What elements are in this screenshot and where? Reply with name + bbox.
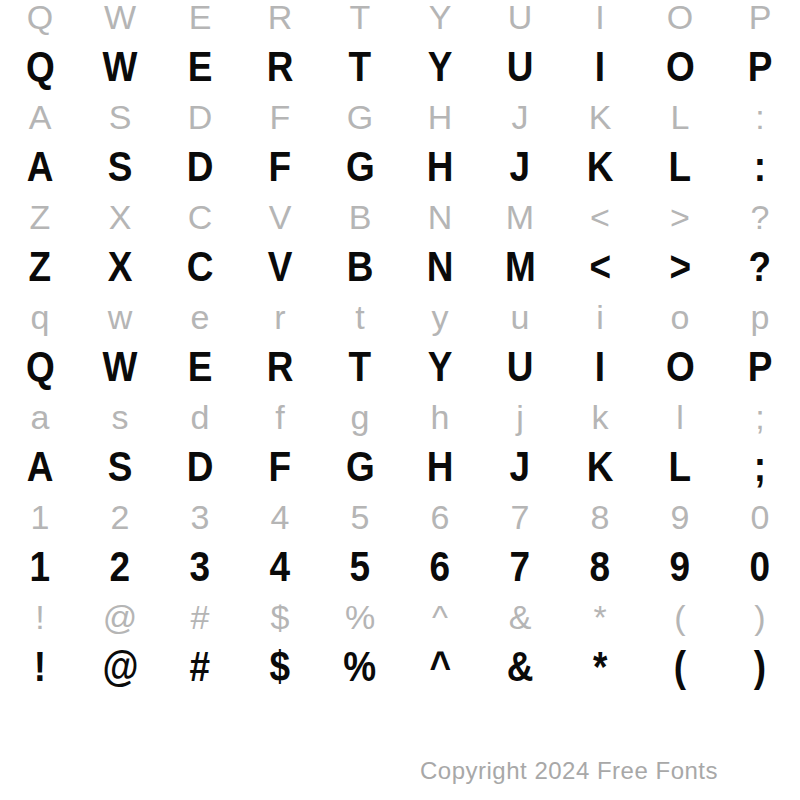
specimen-glyph: A — [27, 146, 54, 188]
glyph-cell: X — [80, 192, 160, 242]
glyph-cell: G — [320, 142, 400, 192]
glyph-cell: l — [640, 392, 720, 442]
reference-glyph: O — [667, 0, 693, 34]
glyph-cell: O — [640, 42, 720, 92]
glyph-cell: f — [240, 392, 320, 442]
reference-glyph: 3 — [191, 500, 210, 534]
glyph-cell: ! — [0, 642, 80, 692]
reference-glyph: 7 — [511, 500, 530, 534]
reference-glyph: h — [431, 400, 450, 434]
glyph-cell: M — [480, 192, 560, 242]
specimen-glyph: E — [188, 346, 213, 388]
glyph-cell: ; — [720, 442, 800, 492]
glyph-cell: 1 — [0, 492, 80, 542]
specimen-glyph: 4 — [270, 546, 291, 588]
glyph-cell: A — [0, 142, 80, 192]
specimen-glyph: A — [27, 446, 54, 488]
reference-glyph: % — [345, 600, 375, 634]
glyph-cell: R — [240, 42, 320, 92]
specimen-glyph: O — [666, 346, 695, 388]
glyph-cell: 4 — [240, 542, 320, 592]
glyph-cell: Y — [400, 0, 480, 42]
reference-glyph: q — [31, 300, 50, 334]
reference-glyph: w — [108, 300, 133, 334]
specimen-glyph: Y — [428, 46, 453, 88]
specimen-glyph: R — [267, 46, 294, 88]
specimen-glyph: $ — [270, 646, 291, 688]
glyph-cell: # — [160, 642, 240, 692]
specimen-glyph: T — [349, 46, 372, 88]
reference-glyph: k — [592, 400, 609, 434]
glyph-cell: S — [80, 142, 160, 192]
glyph-cell: O — [640, 342, 720, 392]
glyph-cell: V — [240, 192, 320, 242]
glyph-cell: h — [400, 392, 480, 442]
reference-glyph: G — [347, 100, 373, 134]
glyph-cell: o — [640, 292, 720, 342]
glyph-cell: ( — [640, 642, 720, 692]
reference-glyph: X — [109, 200, 132, 234]
glyph-cell: K — [560, 92, 640, 142]
specimen-glyph: H — [427, 446, 454, 488]
specimen-glyph: F — [269, 146, 292, 188]
glyph-cell: 6 — [400, 492, 480, 542]
reference-glyph: ; — [755, 400, 764, 434]
reference-glyph: Z — [30, 200, 51, 234]
glyph-cell: E — [160, 0, 240, 42]
reference-glyph: a — [31, 400, 50, 434]
reference-glyph: Y — [429, 0, 452, 34]
glyph-cell: 1 — [0, 542, 80, 592]
reference-glyph: i — [596, 300, 604, 334]
specimen-glyph: ? — [749, 246, 772, 288]
specimen-glyph: G — [346, 446, 375, 488]
glyph-cell: F — [240, 142, 320, 192]
reference-glyph: Q — [27, 0, 53, 34]
glyph-cell: J — [480, 92, 560, 142]
glyph-cell: r — [240, 292, 320, 342]
specimen-glyph: N — [427, 246, 454, 288]
specimen-glyph: 3 — [190, 546, 211, 588]
glyph-cell: & — [480, 642, 560, 692]
glyph-cell: R — [240, 342, 320, 392]
glyph-cell: A — [0, 92, 80, 142]
specimen-glyph: 2 — [110, 546, 131, 588]
specimen-glyph: Z — [29, 246, 52, 288]
reference-glyph: * — [593, 600, 606, 634]
glyph-cell: W — [80, 42, 160, 92]
reference-glyph: E — [189, 0, 212, 34]
reference-glyph: d — [191, 400, 210, 434]
glyph-cell: I — [560, 342, 640, 392]
glyph-cell: 0 — [720, 542, 800, 592]
specimen-glyph: ( — [674, 646, 686, 688]
glyph-cell: 4 — [240, 492, 320, 542]
glyph-cell: u — [480, 292, 560, 342]
glyph-cell: $ — [240, 592, 320, 642]
glyph-cell: < — [560, 192, 640, 242]
glyph-cell: X — [80, 242, 160, 292]
reference-glyph: A — [29, 100, 52, 134]
reference-glyph: r — [274, 300, 285, 334]
glyph-cell: @ — [80, 592, 160, 642]
reference-glyph: 4 — [271, 500, 290, 534]
reference-glyph: ! — [35, 600, 44, 634]
specimen-glyph: Q — [26, 46, 55, 88]
specimen-glyph: I — [595, 346, 605, 388]
glyph-cell: S — [80, 92, 160, 142]
reference-glyph: D — [188, 100, 213, 134]
specimen-glyph: S — [108, 146, 133, 188]
glyph-cell: 8 — [560, 492, 640, 542]
glyph-cell: 2 — [80, 542, 160, 592]
reference-glyph: y — [432, 300, 449, 334]
reference-glyph: 8 — [591, 500, 610, 534]
glyph-cell: 2 — [80, 492, 160, 542]
reference-glyph: M — [506, 200, 534, 234]
glyph-cell: U — [480, 0, 560, 42]
glyph-cell: $ — [240, 642, 320, 692]
glyph-cell: 3 — [160, 542, 240, 592]
glyph-cell: T — [320, 342, 400, 392]
specimen-glyph: 7 — [510, 546, 531, 588]
glyph-cell: q — [0, 292, 80, 342]
reference-glyph: s — [112, 400, 129, 434]
specimen-glyph: K — [587, 446, 614, 488]
glyph-cell: 9 — [640, 492, 720, 542]
reference-glyph: S — [109, 100, 132, 134]
glyph-cell: Z — [0, 242, 80, 292]
specimen-glyph: X — [108, 246, 133, 288]
glyph-cell: L — [640, 142, 720, 192]
glyph-cell: % — [320, 592, 400, 642]
glyph-cell: g — [320, 392, 400, 442]
reference-glyph: T — [350, 0, 371, 34]
specimen-glyph: E — [188, 46, 213, 88]
specimen-glyph: W — [103, 46, 138, 88]
reference-glyph: ? — [751, 200, 770, 234]
specimen-glyph: H — [427, 146, 454, 188]
specimen-glyph: > — [669, 246, 691, 288]
glyph-cell: G — [320, 92, 400, 142]
specimen-glyph: I — [595, 46, 605, 88]
glyph-cell: T — [320, 42, 400, 92]
glyph-cell: > — [640, 192, 720, 242]
glyph-cell: N — [400, 192, 480, 242]
glyph-cell: I — [560, 42, 640, 92]
reference-glyph: 0 — [751, 500, 770, 534]
glyph-cell: J — [480, 142, 560, 192]
reference-glyph: H — [428, 100, 453, 134]
reference-glyph: L — [671, 100, 690, 134]
reference-glyph: @ — [103, 600, 138, 634]
character-grid: QWERTYUIOPQWERTYUIOPASDFGHJKL:ASDFGHJKL:… — [0, 0, 800, 692]
glyph-cell: D — [160, 442, 240, 492]
glyph-cell: ^ — [400, 642, 480, 692]
reference-glyph: V — [269, 200, 292, 234]
glyph-cell: i — [560, 292, 640, 342]
glyph-cell: J — [480, 442, 560, 492]
reference-glyph: 9 — [671, 500, 690, 534]
glyph-cell: * — [560, 642, 640, 692]
glyph-cell: W — [80, 0, 160, 42]
glyph-cell: R — [240, 0, 320, 42]
glyph-cell: E — [160, 342, 240, 392]
copyright-text: Copyright 2024 Free Fonts — [420, 757, 718, 785]
glyph-cell: K — [560, 142, 640, 192]
glyph-cell: M — [480, 242, 560, 292]
specimen-glyph: D — [187, 446, 214, 488]
reference-glyph: 6 — [431, 500, 450, 534]
glyph-cell: d — [160, 392, 240, 442]
reference-glyph: p — [751, 300, 770, 334]
glyph-cell: P — [720, 0, 800, 42]
glyph-cell: 0 — [720, 492, 800, 542]
specimen-glyph: P — [748, 346, 773, 388]
reference-glyph: P — [749, 0, 772, 34]
glyph-cell: A — [0, 442, 80, 492]
reference-glyph: e — [191, 300, 210, 334]
glyph-cell: ? — [720, 192, 800, 242]
glyph-cell: 7 — [480, 492, 560, 542]
glyph-cell: 6 — [400, 542, 480, 592]
specimen-glyph: K — [587, 146, 614, 188]
specimen-glyph: L — [669, 146, 692, 188]
reference-glyph: I — [595, 0, 604, 34]
glyph-cell: > — [640, 242, 720, 292]
reference-glyph: < — [590, 200, 610, 234]
reference-glyph: N — [428, 200, 453, 234]
specimen-glyph: ^ — [429, 646, 451, 688]
specimen-glyph: M — [505, 246, 536, 288]
specimen-glyph: U — [507, 346, 534, 388]
specimen-glyph: C — [187, 246, 214, 288]
glyph-cell: L — [640, 442, 720, 492]
glyph-cell: 3 — [160, 492, 240, 542]
glyph-cell: Y — [400, 42, 480, 92]
reference-glyph: u — [511, 300, 530, 334]
glyph-cell: s — [80, 392, 160, 442]
specimen-glyph: 9 — [670, 546, 691, 588]
reference-glyph: $ — [271, 600, 290, 634]
glyph-cell: C — [160, 192, 240, 242]
reference-glyph: K — [589, 100, 612, 134]
reference-glyph: 1 — [31, 500, 50, 534]
glyph-cell: 8 — [560, 542, 640, 592]
glyph-cell: @ — [80, 642, 160, 692]
glyph-cell: L — [640, 92, 720, 142]
glyph-cell: ( — [640, 592, 720, 642]
glyph-cell: V — [240, 242, 320, 292]
glyph-cell: : — [720, 142, 800, 192]
glyph-cell: ^ — [400, 592, 480, 642]
reference-glyph: ^ — [432, 600, 448, 634]
reference-glyph: o — [671, 300, 690, 334]
glyph-cell: G — [320, 442, 400, 492]
specimen-glyph: U — [507, 46, 534, 88]
glyph-cell: T — [320, 0, 400, 42]
reference-glyph: & — [509, 600, 532, 634]
reference-glyph: W — [104, 0, 136, 34]
reference-glyph: > — [670, 200, 690, 234]
glyph-cell: Z — [0, 192, 80, 242]
glyph-cell: U — [480, 42, 560, 92]
specimen-glyph: ! — [34, 646, 46, 688]
glyph-cell: y — [400, 292, 480, 342]
glyph-cell: B — [320, 242, 400, 292]
glyph-cell: 5 — [320, 492, 400, 542]
glyph-cell: B — [320, 192, 400, 242]
glyph-cell: E — [160, 42, 240, 92]
glyph-cell: 5 — [320, 542, 400, 592]
glyph-cell: Y — [400, 342, 480, 392]
specimen-glyph: L — [669, 446, 692, 488]
glyph-cell: Q — [0, 342, 80, 392]
glyph-cell: < — [560, 242, 640, 292]
reference-glyph: t — [355, 300, 364, 334]
glyph-cell: H — [400, 92, 480, 142]
glyph-cell: Q — [0, 0, 80, 42]
glyph-cell: U — [480, 342, 560, 392]
glyph-cell: ) — [720, 592, 800, 642]
glyph-cell: * — [560, 592, 640, 642]
glyph-cell: 7 — [480, 542, 560, 592]
glyph-cell: P — [720, 342, 800, 392]
specimen-glyph: W — [103, 346, 138, 388]
specimen-glyph: & — [507, 646, 534, 688]
glyph-cell: H — [400, 142, 480, 192]
specimen-glyph: O — [666, 46, 695, 88]
specimen-glyph: D — [187, 146, 214, 188]
glyph-cell: ) — [720, 642, 800, 692]
font-specimen-sheet: QWERTYUIOPQWERTYUIOPASDFGHJKL:ASDFGHJKL:… — [0, 0, 800, 800]
glyph-cell: w — [80, 292, 160, 342]
glyph-cell: 9 — [640, 542, 720, 592]
glyph-cell: H — [400, 442, 480, 492]
specimen-glyph: B — [347, 246, 374, 288]
specimen-glyph: F — [269, 446, 292, 488]
specimen-glyph: Y — [428, 346, 453, 388]
glyph-cell: p — [720, 292, 800, 342]
specimen-glyph: T — [349, 346, 372, 388]
specimen-glyph: G — [346, 146, 375, 188]
glyph-cell: F — [240, 442, 320, 492]
specimen-glyph: P — [748, 46, 773, 88]
specimen-glyph: @ — [102, 646, 138, 688]
reference-glyph: R — [268, 0, 293, 34]
glyph-cell: P — [720, 42, 800, 92]
reference-glyph: # — [191, 600, 210, 634]
reference-glyph: f — [275, 400, 284, 434]
glyph-cell: ? — [720, 242, 800, 292]
specimen-glyph: ; — [754, 446, 766, 488]
glyph-cell: D — [160, 142, 240, 192]
glyph-cell: % — [320, 642, 400, 692]
specimen-glyph: 8 — [590, 546, 611, 588]
reference-glyph: l — [676, 400, 684, 434]
specimen-glyph: J — [510, 146, 531, 188]
reference-glyph: B — [349, 200, 372, 234]
specimen-glyph: V — [268, 246, 293, 288]
glyph-cell: e — [160, 292, 240, 342]
glyph-cell: C — [160, 242, 240, 292]
specimen-glyph: S — [108, 446, 133, 488]
glyph-cell: N — [400, 242, 480, 292]
specimen-glyph: Q — [26, 346, 55, 388]
specimen-glyph: < — [589, 246, 611, 288]
glyph-cell: K — [560, 442, 640, 492]
reference-glyph: 2 — [111, 500, 130, 534]
specimen-glyph: J — [510, 446, 531, 488]
specimen-glyph: # — [190, 646, 211, 688]
specimen-glyph: * — [593, 646, 607, 688]
glyph-cell: F — [240, 92, 320, 142]
glyph-cell: O — [640, 0, 720, 42]
glyph-cell: S — [80, 442, 160, 492]
glyph-cell: & — [480, 592, 560, 642]
glyph-cell: a — [0, 392, 80, 442]
glyph-cell: ; — [720, 392, 800, 442]
glyph-cell: # — [160, 592, 240, 642]
specimen-glyph: : — [754, 146, 766, 188]
glyph-cell: ! — [0, 592, 80, 642]
specimen-glyph: 0 — [750, 546, 771, 588]
glyph-cell: t — [320, 292, 400, 342]
reference-glyph: j — [516, 400, 524, 434]
specimen-glyph: 1 — [30, 546, 51, 588]
glyph-cell: W — [80, 342, 160, 392]
glyph-cell: k — [560, 392, 640, 442]
glyph-cell: Q — [0, 42, 80, 92]
reference-glyph: ( — [674, 600, 685, 634]
glyph-cell: j — [480, 392, 560, 442]
specimen-glyph: R — [267, 346, 294, 388]
reference-glyph: J — [512, 100, 529, 134]
specimen-glyph: 6 — [430, 546, 451, 588]
glyph-cell: I — [560, 0, 640, 42]
reference-glyph: ) — [754, 600, 765, 634]
specimen-glyph: 5 — [350, 546, 371, 588]
reference-glyph: 5 — [351, 500, 370, 534]
specimen-glyph: ) — [754, 646, 766, 688]
reference-glyph: : — [755, 100, 764, 134]
reference-glyph: C — [188, 200, 213, 234]
reference-glyph: U — [508, 0, 533, 34]
glyph-cell: D — [160, 92, 240, 142]
reference-glyph: g — [351, 400, 370, 434]
reference-glyph: F — [270, 100, 291, 134]
specimen-glyph: % — [344, 646, 377, 688]
glyph-cell: : — [720, 92, 800, 142]
